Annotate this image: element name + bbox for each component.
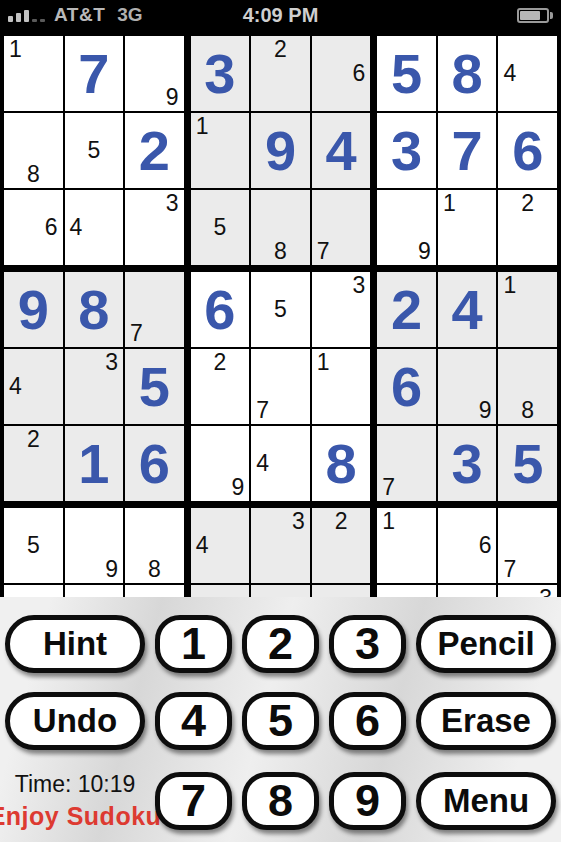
pencil-mark: 1 [4,36,22,61]
cell-r2c5[interactable]: 9 [251,113,310,188]
digit-9-button[interactable]: 9 [329,772,406,830]
pencil-mark: 2 [274,36,287,61]
cell-r7c7[interactable]: 1 [377,508,436,583]
entered-value: 5 [377,36,436,111]
cell-r6c8[interactable]: 3 [438,426,497,501]
cell-r2c4[interactable]: 1 [191,113,250,188]
cell-r4c3[interactable]: 7 [125,272,184,347]
cell-r2c7[interactable]: 3 [377,113,436,188]
cell-r6c6[interactable]: 8 [312,426,371,501]
pencil-mark: 5 [274,298,287,321]
cell-r3c7[interactable]: 9 [377,190,436,265]
cell-r4c8[interactable]: 4 [438,272,497,347]
box-5: 653271948 [191,272,371,501]
info-block: Time: 10:19 Enjoy Sudoku [5,771,145,831]
entered-value: 5 [498,426,557,501]
digit-1-button[interactable]: 1 [155,615,232,673]
pencil-mark: 7 [377,476,395,501]
pencil-mark: 1 [377,508,395,533]
digit-3-button[interactable]: 3 [329,615,406,673]
cell-r2c1[interactable]: 8 [4,113,63,188]
cell-r7c5[interactable]: 3 [251,508,310,583]
cell-r1c6[interactable]: 6 [312,36,371,111]
cell-r5c6[interactable]: 1 [312,349,371,424]
cell-r1c5[interactable]: 2 [251,36,310,111]
entered-value: 3 [191,36,250,111]
pencil-mark: 2 [214,349,227,374]
cell-r5c7[interactable]: 6 [377,349,436,424]
digit-5-button[interactable]: 5 [242,692,319,750]
cell-r1c1[interactable]: 1 [4,36,63,111]
erase-button[interactable]: Erase [416,692,556,750]
pencil-mark: 4 [498,62,516,85]
entered-value: 2 [125,113,184,188]
pencil-mark: 1 [498,272,516,297]
battery-icon [517,8,553,23]
entered-value: 6 [191,272,250,347]
entered-value: 9 [4,272,63,347]
box-2: 326194587 [191,36,371,265]
pencil-mark: 9 [418,240,436,265]
pencil-mark: 6 [353,62,371,85]
cell-r2c3[interactable]: 2 [125,113,184,188]
menu-button[interactable]: Menu [416,772,556,830]
cell-r1c8[interactable]: 8 [438,36,497,111]
cell-r6c9[interactable]: 5 [498,426,557,501]
pencil-mark: 7 [498,558,516,583]
pencil-mark: 8 [521,399,534,424]
network-label: 3G [117,4,142,26]
cell-r7c3[interactable]: 8 [125,508,184,583]
pencil-mark: 5 [27,534,40,557]
cell-r4c4[interactable]: 6 [191,272,250,347]
elapsed-time-label: Time: 10:19 [15,771,136,798]
digit-8-button[interactable]: 8 [242,772,319,830]
cell-r5c2[interactable]: 3 [65,349,124,424]
cell-r7c2[interactable]: 9 [65,508,124,583]
entered-value: 6 [498,113,557,188]
cell-r2c6[interactable]: 4 [312,113,371,188]
entered-value: 6 [377,349,436,424]
entered-value: 1 [65,426,124,501]
cell-r4c7[interactable]: 2 [377,272,436,347]
entered-value: 8 [438,36,497,111]
control-panel: Hint 1 2 3 Pencil Undo 4 5 6 Erase Time:… [0,597,561,842]
pencil-mark: 4 [65,216,83,239]
pencil-mark: 1 [312,349,330,374]
entered-value: 3 [438,426,497,501]
control-row-2: Undo 4 5 6 Erase [5,692,556,750]
pencil-mark: 2 [27,426,40,451]
app-window: AT&T 3G 4:09 PM 179852643326194587584376… [0,0,561,842]
control-row-3: Time: 10:19 Enjoy Sudoku 7 8 9 Menu [5,772,556,830]
cell-r2c2[interactable]: 5 [65,113,124,188]
status-clock: 4:09 PM [243,4,319,27]
pencil-mark: 3 [105,349,123,374]
cell-r1c3[interactable]: 9 [125,36,184,111]
undo-button[interactable]: Undo [5,692,145,750]
cell-r5c1[interactable]: 4 [4,349,63,424]
cell-r6c3[interactable]: 6 [125,426,184,501]
status-bar: AT&T 3G 4:09 PM [0,0,561,30]
pencil-mark: 6 [479,534,497,557]
entered-value: 8 [312,426,371,501]
entered-value: 4 [438,272,497,347]
digit-4-button[interactable]: 4 [155,692,232,750]
digit-6-button[interactable]: 6 [329,692,406,750]
sudoku-board: 1798526433261945875843769129874352166532… [0,30,561,597]
cell-r4c9[interactable]: 1 [498,272,557,347]
cell-r1c9[interactable]: 4 [498,36,557,111]
pencil-mark: 7 [125,322,143,347]
pencil-mark: 3 [292,508,310,533]
entered-value: 5 [125,349,184,424]
cell-r4c6[interactable]: 3 [312,272,371,347]
pencil-mark: 3 [353,272,371,297]
pencil-mark: 7 [251,399,269,424]
cell-r3c4[interactable]: 5 [191,190,250,265]
cell-r4c2[interactable]: 8 [65,272,124,347]
cell-r5c4[interactable]: 2 [191,349,250,424]
pencil-mark: 9 [231,476,249,501]
entered-value: 6 [125,426,184,501]
cell-r4c1[interactable]: 9 [4,272,63,347]
pencil-mark: 1 [438,190,456,215]
cell-r5c9[interactable]: 8 [498,349,557,424]
cell-r7c1[interactable]: 5 [4,508,63,583]
pencil-mark: 8 [148,558,161,583]
cell-r3c6[interactable]: 7 [312,190,371,265]
cell-r2c9[interactable]: 6 [498,113,557,188]
cell-r6c7[interactable]: 7 [377,426,436,501]
entered-value: 3 [377,113,436,188]
cell-r5c5[interactable]: 7 [251,349,310,424]
entered-value: 8 [65,272,124,347]
cell-r7c4[interactable]: 4 [191,508,250,583]
cell-r6c1[interactable]: 2 [4,426,63,501]
box-6: 241698735 [377,272,557,501]
pencil-mark: 5 [87,139,100,162]
cell-r7c6[interactable]: 2 [312,508,371,583]
carrier-label: AT&T [54,4,105,26]
pencil-mark: 9 [166,86,184,111]
control-row-1: Hint 1 2 3 Pencil [5,615,556,673]
pencil-button[interactable]: Pencil [416,615,556,673]
pencil-mark: 8 [27,163,40,188]
pencil-mark: 7 [312,240,330,265]
digit-2-button[interactable]: 2 [242,615,319,673]
entered-value: 9 [251,113,310,188]
pencil-mark: 9 [479,399,497,424]
cell-r7c8[interactable]: 6 [438,508,497,583]
cell-r3c9[interactable]: 2 [498,190,557,265]
cell-r7c9[interactable]: 7 [498,508,557,583]
cell-r3c3[interactable]: 3 [125,190,184,265]
pencil-mark: 4 [251,452,269,475]
box-4: 987435216 [4,272,184,501]
cell-r4c5[interactable]: 5 [251,272,310,347]
entered-value: 7 [438,113,497,188]
box-1: 179852643 [4,36,184,265]
pencil-mark: 9 [105,558,123,583]
pencil-mark: 6 [45,216,63,239]
box-3: 584376912 [377,36,557,265]
app-brand-label: Enjoy Sudoku [0,802,161,831]
pencil-mark: 3 [166,190,184,215]
cell-r5c8[interactable]: 9 [438,349,497,424]
cell-r3c8[interactable]: 1 [438,190,497,265]
cell-r3c5[interactable]: 8 [251,190,310,265]
pencil-mark: 8 [274,240,287,265]
entered-value: 7 [65,36,124,111]
cell-r2c8[interactable]: 7 [438,113,497,188]
cell-r1c7[interactable]: 5 [377,36,436,111]
cell-r5c3[interactable]: 5 [125,349,184,424]
digit-7-button[interactable]: 7 [155,772,232,830]
pencil-mark: 4 [191,534,209,557]
pencil-mark: 4 [4,375,22,398]
entered-value: 4 [312,113,371,188]
pencil-mark: 2 [335,508,348,533]
cell-r6c4[interactable]: 9 [191,426,250,501]
cell-r3c2[interactable]: 4 [65,190,124,265]
signal-strength-icon [8,10,45,22]
cell-r3c1[interactable]: 6 [4,190,63,265]
cell-r1c4[interactable]: 3 [191,36,250,111]
cell-r6c2[interactable]: 1 [65,426,124,501]
pencil-mark: 2 [521,190,534,215]
cell-r6c5[interactable]: 4 [251,426,310,501]
pencil-mark: 1 [191,113,209,138]
entered-value: 2 [377,272,436,347]
cell-r1c2[interactable]: 7 [65,36,124,111]
hint-button[interactable]: Hint [5,615,145,673]
pencil-mark: 5 [214,216,227,239]
